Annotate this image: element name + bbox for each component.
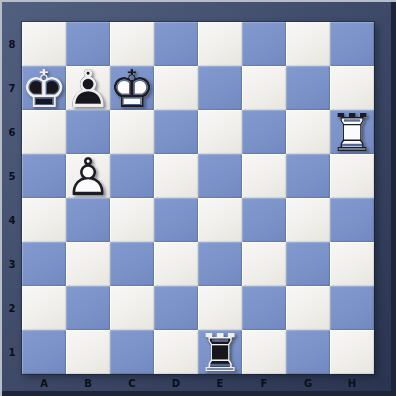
square-b1[interactable]: [66, 330, 110, 374]
square-a7[interactable]: ♚♔: [22, 66, 66, 110]
piece-white-rook-h6[interactable]: ♜♖: [330, 110, 374, 154]
square-c2[interactable]: [110, 286, 154, 330]
square-e5[interactable]: [198, 154, 242, 198]
square-f7[interactable]: [242, 66, 286, 110]
square-f2[interactable]: [242, 286, 286, 330]
file-label-a: A: [22, 375, 66, 392]
file-label-d: D: [154, 375, 198, 392]
square-f5[interactable]: [242, 154, 286, 198]
file-label-h: H: [330, 375, 374, 392]
square-e1[interactable]: ♜♖: [198, 330, 242, 374]
square-c6[interactable]: [110, 110, 154, 154]
rank-label-2: 2: [3, 286, 21, 330]
black-king-outline-icon: ♔: [22, 67, 66, 111]
square-d5[interactable]: [154, 154, 198, 198]
black-rook-outline-icon: ♖: [198, 331, 242, 375]
square-d8[interactable]: [154, 22, 198, 66]
square-d6[interactable]: [154, 110, 198, 154]
chessboard: ♚♔♟♙♚♔♜♖♟♙♜♖: [22, 22, 374, 374]
square-c3[interactable]: [110, 242, 154, 286]
square-b4[interactable]: [66, 198, 110, 242]
black-pawn-outline-icon: ♙: [66, 67, 110, 111]
square-g2[interactable]: [286, 286, 330, 330]
square-d1[interactable]: [154, 330, 198, 374]
square-e6[interactable]: [198, 110, 242, 154]
square-b3[interactable]: [66, 242, 110, 286]
square-a3[interactable]: [22, 242, 66, 286]
square-g6[interactable]: [286, 110, 330, 154]
square-f6[interactable]: [242, 110, 286, 154]
square-h8[interactable]: [330, 22, 374, 66]
square-h3[interactable]: [330, 242, 374, 286]
rank-label-3: 3: [3, 242, 21, 286]
square-a2[interactable]: [22, 286, 66, 330]
square-e3[interactable]: [198, 242, 242, 286]
square-h6[interactable]: ♜♖: [330, 110, 374, 154]
file-label-b: B: [66, 375, 110, 392]
square-c4[interactable]: [110, 198, 154, 242]
square-h2[interactable]: [330, 286, 374, 330]
rank-label-8: 8: [3, 22, 21, 66]
square-g5[interactable]: [286, 154, 330, 198]
square-a6[interactable]: [22, 110, 66, 154]
square-h1[interactable]: [330, 330, 374, 374]
square-b2[interactable]: [66, 286, 110, 330]
rank-label-7: 7: [3, 66, 21, 110]
square-e8[interactable]: [198, 22, 242, 66]
square-a5[interactable]: [22, 154, 66, 198]
piece-black-pawn-b7[interactable]: ♟♙: [66, 66, 110, 110]
piece-white-king-c7[interactable]: ♚♔: [110, 66, 154, 110]
square-e7[interactable]: [198, 66, 242, 110]
square-f8[interactable]: [242, 22, 286, 66]
rank-label-5: 5: [3, 154, 21, 198]
square-f4[interactable]: [242, 198, 286, 242]
piece-black-king-a7[interactable]: ♚♔: [22, 66, 66, 110]
square-d3[interactable]: [154, 242, 198, 286]
square-h5[interactable]: [330, 154, 374, 198]
piece-black-rook-e1[interactable]: ♜♖: [198, 330, 242, 374]
square-c5[interactable]: [110, 154, 154, 198]
square-f1[interactable]: [242, 330, 286, 374]
square-f3[interactable]: [242, 242, 286, 286]
square-a4[interactable]: [22, 198, 66, 242]
square-g1[interactable]: [286, 330, 330, 374]
rank-label-4: 4: [3, 198, 21, 242]
rank-label-6: 6: [3, 110, 21, 154]
square-d4[interactable]: [154, 198, 198, 242]
chessboard-frame: ♚♔♟♙♚♔♜♖♟♙♜♖ 87654321ABCDEFGH: [0, 0, 396, 396]
square-b7[interactable]: ♟♙: [66, 66, 110, 110]
square-d2[interactable]: [154, 286, 198, 330]
square-d7[interactable]: [154, 66, 198, 110]
file-label-g: G: [286, 375, 330, 392]
file-label-f: F: [242, 375, 286, 392]
file-label-c: C: [110, 375, 154, 392]
square-c1[interactable]: [110, 330, 154, 374]
white-rook-outline-icon: ♖: [330, 111, 374, 155]
piece-white-pawn-b5[interactable]: ♟♙: [66, 154, 110, 198]
square-g4[interactable]: [286, 198, 330, 242]
rank-label-1: 1: [3, 330, 21, 374]
square-g7[interactable]: [286, 66, 330, 110]
square-h4[interactable]: [330, 198, 374, 242]
square-b5[interactable]: ♟♙: [66, 154, 110, 198]
square-c7[interactable]: ♚♔: [110, 66, 154, 110]
white-king-outline-icon: ♔: [110, 67, 154, 111]
square-g8[interactable]: [286, 22, 330, 66]
square-a1[interactable]: [22, 330, 66, 374]
white-pawn-outline-icon: ♙: [66, 155, 110, 199]
file-label-e: E: [198, 375, 242, 392]
square-g3[interactable]: [286, 242, 330, 286]
square-e4[interactable]: [198, 198, 242, 242]
